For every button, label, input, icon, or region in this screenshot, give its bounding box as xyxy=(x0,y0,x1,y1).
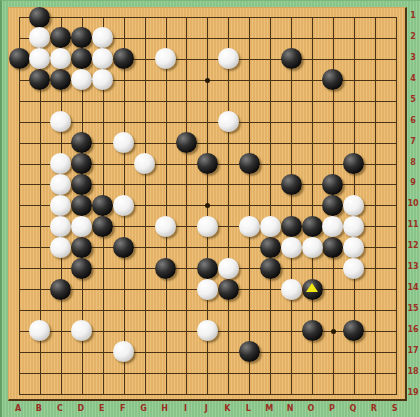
column-label-b: B xyxy=(32,404,46,414)
stone-black-m13[interactable] xyxy=(260,258,281,279)
stone-black-d12[interactable] xyxy=(71,237,92,258)
stone-white-p11[interactable] xyxy=(322,216,343,237)
stone-black-p10[interactable] xyxy=(322,195,343,216)
stone-white-e3[interactable] xyxy=(92,48,113,69)
stone-white-e2[interactable] xyxy=(92,27,113,48)
stone-black-l8[interactable] xyxy=(239,153,260,174)
row-label-11: 11 xyxy=(405,220,420,230)
stone-white-b3[interactable] xyxy=(29,48,50,69)
stone-black-h13[interactable] xyxy=(155,258,176,279)
stone-white-b16[interactable] xyxy=(29,320,50,341)
stone-white-f17[interactable] xyxy=(113,341,134,362)
column-label-q: Q xyxy=(346,404,360,414)
row-label-13: 13 xyxy=(405,262,420,272)
row-label-17: 17 xyxy=(405,346,420,356)
grid-line-horizontal xyxy=(19,394,397,395)
row-label-8: 8 xyxy=(405,158,420,168)
stone-black-e11[interactable] xyxy=(92,216,113,237)
stone-white-l11[interactable] xyxy=(239,216,260,237)
star-point-j4 xyxy=(205,78,210,83)
stone-black-f12[interactable] xyxy=(113,237,134,258)
grid-line-vertical xyxy=(270,17,271,394)
row-label-14: 14 xyxy=(405,283,420,293)
row-label-1: 1 xyxy=(405,11,420,21)
stone-black-n9[interactable] xyxy=(281,174,302,195)
stone-black-c4[interactable] xyxy=(50,69,71,90)
stone-black-l17[interactable] xyxy=(239,341,260,362)
stone-black-d9[interactable] xyxy=(71,174,92,195)
stone-black-o11[interactable] xyxy=(302,216,323,237)
stone-black-e10[interactable] xyxy=(92,195,113,216)
row-label-2: 2 xyxy=(405,32,420,42)
stone-black-o16[interactable] xyxy=(302,320,323,341)
row-label-15: 15 xyxy=(405,304,420,314)
stone-black-c2[interactable] xyxy=(50,27,71,48)
row-label-5: 5 xyxy=(405,95,420,105)
stone-white-q10[interactable] xyxy=(343,195,364,216)
stone-black-k14[interactable] xyxy=(218,279,239,300)
grid-line-vertical xyxy=(375,17,376,394)
stone-white-g8[interactable] xyxy=(134,153,155,174)
column-label-c: C xyxy=(53,404,67,414)
stone-black-j8[interactable] xyxy=(197,153,218,174)
column-label-m: M xyxy=(262,404,276,414)
stone-white-h3[interactable] xyxy=(155,48,176,69)
grid-line-vertical xyxy=(249,17,250,394)
column-label-g: G xyxy=(137,404,151,414)
column-label-i: I xyxy=(178,404,192,414)
stone-white-d11[interactable] xyxy=(71,216,92,237)
stone-white-b2[interactable] xyxy=(29,27,50,48)
stone-white-n12[interactable] xyxy=(281,237,302,258)
column-label-f: F xyxy=(116,404,130,414)
stone-white-c11[interactable] xyxy=(50,216,71,237)
grid-line-vertical xyxy=(228,17,229,394)
stone-white-j16[interactable] xyxy=(197,320,218,341)
stone-black-c14[interactable] xyxy=(50,279,71,300)
stone-white-f7[interactable] xyxy=(113,132,134,153)
grid-line-horizontal xyxy=(19,373,397,374)
row-label-10: 10 xyxy=(405,199,420,209)
stone-black-p12[interactable] xyxy=(322,237,343,258)
row-label-4: 4 xyxy=(405,74,420,84)
stone-white-f10[interactable] xyxy=(113,195,134,216)
stone-white-k6[interactable] xyxy=(218,111,239,132)
stone-white-q12[interactable] xyxy=(343,237,364,258)
column-label-l: L xyxy=(241,404,255,414)
column-label-k: K xyxy=(220,404,234,414)
stone-black-d13[interactable] xyxy=(71,258,92,279)
stone-black-q16[interactable] xyxy=(343,320,364,341)
stone-black-q8[interactable] xyxy=(343,153,364,174)
stone-black-b4[interactable] xyxy=(29,69,50,90)
row-label-9: 9 xyxy=(405,178,420,188)
stone-black-p4[interactable] xyxy=(322,69,343,90)
stone-black-d7[interactable] xyxy=(71,132,92,153)
star-point-j10 xyxy=(205,203,210,208)
grid-line-horizontal xyxy=(19,310,397,311)
row-label-12: 12 xyxy=(405,241,420,251)
stone-black-a3[interactable] xyxy=(9,48,30,69)
column-label-o: O xyxy=(304,404,318,414)
stone-white-m11[interactable] xyxy=(260,216,281,237)
stone-white-n14[interactable] xyxy=(281,279,302,300)
stone-black-b1[interactable] xyxy=(29,7,50,28)
stone-white-q11[interactable] xyxy=(343,216,364,237)
stone-black-d3[interactable] xyxy=(71,48,92,69)
column-label-d: D xyxy=(74,404,88,414)
stone-black-j13[interactable] xyxy=(197,258,218,279)
stone-white-d16[interactable] xyxy=(71,320,92,341)
row-label-3: 3 xyxy=(405,53,420,63)
stone-black-d2[interactable] xyxy=(71,27,92,48)
grid-line-vertical xyxy=(396,17,397,394)
column-label-p: P xyxy=(325,404,339,414)
stone-white-k3[interactable] xyxy=(218,48,239,69)
column-label-j: J xyxy=(199,404,213,414)
stone-white-h11[interactable] xyxy=(155,216,176,237)
column-label-r: R xyxy=(367,404,381,414)
stone-white-k13[interactable] xyxy=(218,258,239,279)
column-label-e: E xyxy=(95,404,109,414)
go-board[interactable] xyxy=(8,7,407,401)
stone-black-d10[interactable] xyxy=(71,195,92,216)
grid-line-vertical xyxy=(291,17,292,394)
row-label-7: 7 xyxy=(405,137,420,147)
stone-black-f3[interactable] xyxy=(113,48,134,69)
stone-white-c3[interactable] xyxy=(50,48,71,69)
column-label-h: H xyxy=(158,404,172,414)
row-label-18: 18 xyxy=(405,367,420,377)
stone-white-o12[interactable] xyxy=(302,237,323,258)
stone-white-c10[interactable] xyxy=(50,195,71,216)
column-label-a: A xyxy=(11,404,25,414)
stone-black-n3[interactable] xyxy=(281,48,302,69)
stone-black-i7[interactable] xyxy=(176,132,197,153)
stone-black-p9[interactable] xyxy=(322,174,343,195)
column-label-n: N xyxy=(283,404,297,414)
stone-white-j14[interactable] xyxy=(197,279,218,300)
stone-white-c9[interactable] xyxy=(50,174,71,195)
stone-white-d4[interactable] xyxy=(71,69,92,90)
stone-white-c12[interactable] xyxy=(50,237,71,258)
stone-white-j11[interactable] xyxy=(197,216,218,237)
last-move-triangle-marker xyxy=(306,283,318,292)
stone-black-n11[interactable] xyxy=(281,216,302,237)
stone-white-q13[interactable] xyxy=(343,258,364,279)
row-label-6: 6 xyxy=(405,116,420,126)
go-app-window: ABCDEFGHIJKLMNOPQRS 12345678910111213141… xyxy=(0,0,420,417)
star-point-p16 xyxy=(331,329,336,334)
stone-black-d8[interactable] xyxy=(71,153,92,174)
stone-white-c8[interactable] xyxy=(50,153,71,174)
stone-white-e4[interactable] xyxy=(92,69,113,90)
stone-black-m12[interactable] xyxy=(260,237,281,258)
grid-line-horizontal xyxy=(19,352,397,353)
column-label-s: S xyxy=(388,404,402,414)
row-label-16: 16 xyxy=(405,325,420,335)
row-label-19: 19 xyxy=(405,388,420,398)
stone-white-c6[interactable] xyxy=(50,111,71,132)
